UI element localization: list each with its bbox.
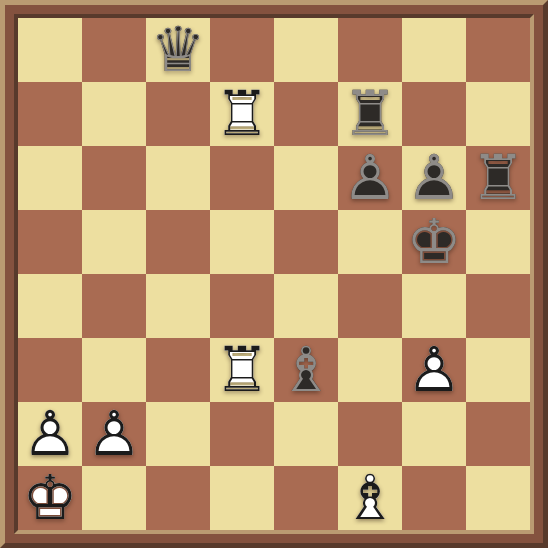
- square-d5[interactable]: [210, 210, 274, 274]
- square-d1[interactable]: [210, 466, 274, 530]
- square-d3[interactable]: ♜♖: [210, 338, 274, 402]
- white-pawn-icon[interactable]: ♟♙: [82, 402, 146, 466]
- black-pawn-icon[interactable]: ♟♙: [402, 146, 466, 210]
- square-d2[interactable]: [210, 402, 274, 466]
- square-g6[interactable]: ♟♙: [402, 146, 466, 210]
- square-a3[interactable]: [18, 338, 82, 402]
- square-c4[interactable]: [146, 274, 210, 338]
- square-b6[interactable]: [82, 146, 146, 210]
- black-queen-icon[interactable]: ♛♕: [146, 18, 210, 82]
- chess-board: ♛♕♜♖♜♖♟♙♟♙♜♖♚♔♜♖♝♗♟♙♟♙♟♙♚♔♝♗: [18, 18, 530, 530]
- square-h2[interactable]: [466, 402, 530, 466]
- white-rook-icon[interactable]: ♜♖: [210, 82, 274, 146]
- square-c2[interactable]: [146, 402, 210, 466]
- rook-outline-glyph: ♖: [470, 147, 526, 209]
- square-c8[interactable]: ♛♕: [146, 18, 210, 82]
- square-f8[interactable]: [338, 18, 402, 82]
- square-g1[interactable]: [402, 466, 466, 530]
- rook-outline-glyph: ♖: [214, 339, 270, 401]
- square-c5[interactable]: [146, 210, 210, 274]
- white-pawn-icon[interactable]: ♟♙: [402, 338, 466, 402]
- white-bishop-icon[interactable]: ♝♗: [338, 466, 402, 530]
- board-frame-inner: ♛♕♜♖♜♖♟♙♟♙♜♖♚♔♜♖♝♗♟♙♟♙♟♙♚♔♝♗: [14, 14, 534, 534]
- bishop-outline-glyph: ♗: [278, 339, 334, 401]
- square-h6[interactable]: ♜♖: [466, 146, 530, 210]
- square-d8[interactable]: [210, 18, 274, 82]
- square-b8[interactable]: [82, 18, 146, 82]
- square-h7[interactable]: [466, 82, 530, 146]
- square-b2[interactable]: ♟♙: [82, 402, 146, 466]
- square-h8[interactable]: [466, 18, 530, 82]
- square-g3[interactable]: ♟♙: [402, 338, 466, 402]
- board-frame-middle: ♛♕♜♖♜♖♟♙♟♙♜♖♚♔♜♖♝♗♟♙♟♙♟♙♚♔♝♗: [5, 5, 543, 543]
- square-g5[interactable]: ♚♔: [402, 210, 466, 274]
- white-pawn-icon[interactable]: ♟♙: [18, 402, 82, 466]
- square-f2[interactable]: [338, 402, 402, 466]
- white-king-icon[interactable]: ♚♔: [18, 466, 82, 530]
- bishop-outline-glyph: ♗: [342, 467, 398, 529]
- square-d4[interactable]: [210, 274, 274, 338]
- rook-outline-glyph: ♖: [342, 83, 398, 145]
- square-e4[interactable]: [274, 274, 338, 338]
- square-d7[interactable]: ♜♖: [210, 82, 274, 146]
- square-a7[interactable]: [18, 82, 82, 146]
- square-f1[interactable]: ♝♗: [338, 466, 402, 530]
- pawn-outline-glyph: ♙: [406, 339, 462, 401]
- pawn-outline-glyph: ♙: [86, 403, 142, 465]
- square-a2[interactable]: ♟♙: [18, 402, 82, 466]
- pawn-outline-glyph: ♙: [406, 147, 462, 209]
- king-outline-glyph: ♔: [22, 467, 78, 529]
- square-c6[interactable]: [146, 146, 210, 210]
- square-a8[interactable]: [18, 18, 82, 82]
- square-f3[interactable]: [338, 338, 402, 402]
- square-a4[interactable]: [18, 274, 82, 338]
- square-f7[interactable]: ♜♖: [338, 82, 402, 146]
- square-e3[interactable]: ♝♗: [274, 338, 338, 402]
- pawn-outline-glyph: ♙: [22, 403, 78, 465]
- square-h1[interactable]: [466, 466, 530, 530]
- black-bishop-icon[interactable]: ♝♗: [274, 338, 338, 402]
- black-pawn-icon[interactable]: ♟♙: [338, 146, 402, 210]
- square-h5[interactable]: [466, 210, 530, 274]
- square-e7[interactable]: [274, 82, 338, 146]
- square-b1[interactable]: [82, 466, 146, 530]
- white-rook-icon[interactable]: ♜♖: [210, 338, 274, 402]
- square-a6[interactable]: [18, 146, 82, 210]
- square-e5[interactable]: [274, 210, 338, 274]
- square-c1[interactable]: [146, 466, 210, 530]
- square-e1[interactable]: [274, 466, 338, 530]
- square-b4[interactable]: [82, 274, 146, 338]
- square-a1[interactable]: ♚♔: [18, 466, 82, 530]
- black-king-icon[interactable]: ♚♔: [402, 210, 466, 274]
- black-rook-icon[interactable]: ♜♖: [338, 82, 402, 146]
- pawn-outline-glyph: ♙: [342, 147, 398, 209]
- square-a5[interactable]: [18, 210, 82, 274]
- square-f5[interactable]: [338, 210, 402, 274]
- square-d6[interactable]: [210, 146, 274, 210]
- square-h3[interactable]: [466, 338, 530, 402]
- rook-outline-glyph: ♖: [214, 83, 270, 145]
- square-g2[interactable]: [402, 402, 466, 466]
- square-b3[interactable]: [82, 338, 146, 402]
- black-rook-icon[interactable]: ♜♖: [466, 146, 530, 210]
- square-f4[interactable]: [338, 274, 402, 338]
- square-b5[interactable]: [82, 210, 146, 274]
- square-e8[interactable]: [274, 18, 338, 82]
- square-f6[interactable]: ♟♙: [338, 146, 402, 210]
- board-frame-outer: ♛♕♜♖♜♖♟♙♟♙♜♖♚♔♜♖♝♗♟♙♟♙♟♙♚♔♝♗: [0, 0, 548, 548]
- square-e2[interactable]: [274, 402, 338, 466]
- square-e6[interactable]: [274, 146, 338, 210]
- square-c3[interactable]: [146, 338, 210, 402]
- square-h4[interactable]: [466, 274, 530, 338]
- square-g8[interactable]: [402, 18, 466, 82]
- queen-outline-glyph: ♕: [150, 19, 206, 81]
- square-g4[interactable]: [402, 274, 466, 338]
- square-c7[interactable]: [146, 82, 210, 146]
- square-g7[interactable]: [402, 82, 466, 146]
- square-b7[interactable]: [82, 82, 146, 146]
- king-outline-glyph: ♔: [406, 211, 462, 273]
